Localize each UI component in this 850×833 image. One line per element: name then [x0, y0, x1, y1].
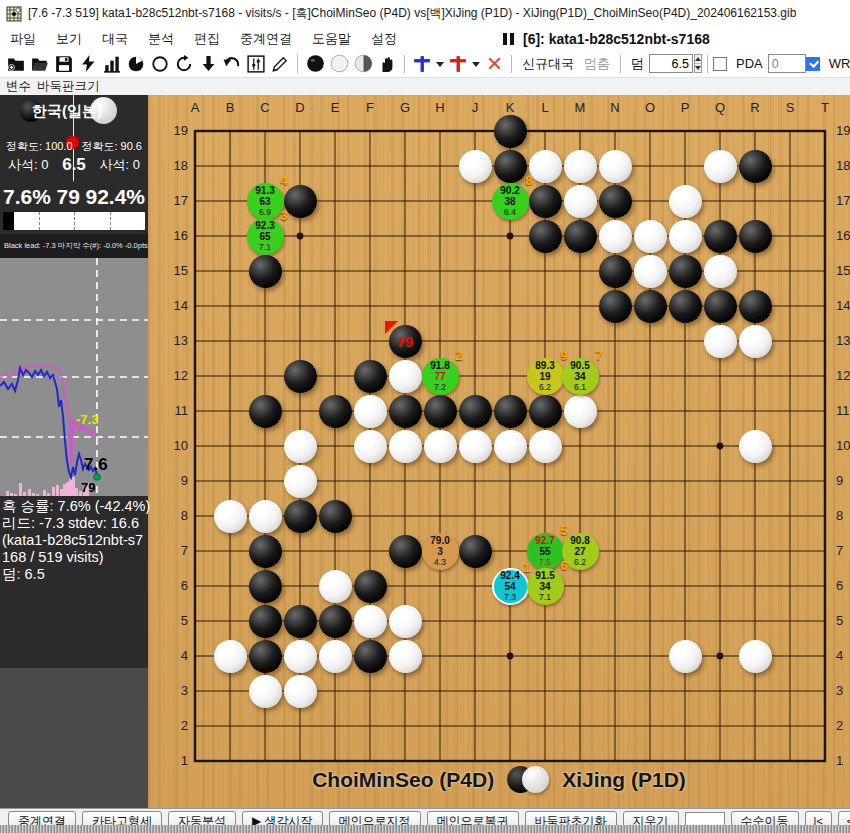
- analysis-order: 1: [523, 561, 530, 574]
- stone-white-D4[interactable]: [284, 640, 317, 673]
- black-winrate: 7.6%: [3, 185, 51, 209]
- stone-black-H11[interactable]: [424, 395, 457, 428]
- stone-black-C4[interactable]: [249, 640, 282, 673]
- menu-설정[interactable]: 설정: [361, 30, 407, 48]
- coord-row-right-18: 18: [836, 158, 850, 173]
- stone-white-F11[interactable]: [354, 395, 387, 428]
- analysis-value: 91.8: [430, 361, 449, 371]
- black-stone-icon[interactable]: [304, 53, 326, 75]
- stone-black-N15[interactable]: [599, 255, 632, 288]
- pencil-icon[interactable]: [269, 53, 291, 75]
- stone-white-F10[interactable]: [354, 430, 387, 463]
- analysis-panel: 한국(일본) 정확도: 100.0 정확도: 90.6 사석: 0 6.5 사석…: [0, 95, 148, 808]
- stone-white-G12[interactable]: [389, 360, 422, 393]
- red-cross-icon[interactable]: [447, 53, 469, 75]
- coord-col-T: T: [816, 100, 834, 115]
- stone-white-Q13[interactable]: [704, 325, 737, 358]
- stone-white-M18[interactable]: [564, 150, 597, 183]
- graph-svg: [0, 258, 148, 496]
- stone-black-O14[interactable]: [634, 290, 667, 323]
- stone-white-D9[interactable]: [284, 465, 317, 498]
- coord-col-H: H: [431, 100, 449, 115]
- new-game-button[interactable]: 신규대국: [522, 55, 574, 73]
- stop-button[interactable]: 멈춤: [584, 55, 610, 73]
- analysis-value: 7.2: [434, 383, 446, 392]
- coord-row-left-8: 8: [154, 508, 188, 523]
- stone-black-K18[interactable]: [494, 150, 527, 183]
- stone-black-P15[interactable]: [669, 255, 702, 288]
- stone-black-G11[interactable]: [389, 395, 422, 428]
- menu-도움말[interactable]: 도움말: [302, 30, 361, 48]
- stone-white-O16[interactable]: [634, 220, 667, 253]
- coord-col-G: G: [396, 100, 414, 115]
- komi-input[interactable]: [649, 54, 693, 73]
- analysis-value: 91.5: [535, 571, 554, 581]
- analysis-move-C16[interactable]: 92.3657.13: [247, 218, 284, 255]
- coord-row-right-15: 15: [836, 263, 850, 278]
- coord-row-right-13: 13: [836, 333, 850, 348]
- stone-black-R16[interactable]: [739, 220, 772, 253]
- stone-black-K19[interactable]: [494, 115, 527, 148]
- coord-col-K: K: [501, 100, 519, 115]
- stone-black-P14[interactable]: [669, 290, 702, 323]
- stone-black-G7[interactable]: [389, 535, 422, 568]
- analysis-value: 65: [259, 232, 270, 242]
- window-title: [7.6 -7.3 519] kata1-b28c512nbt-s7168 - …: [28, 5, 796, 22]
- coord-row-left-17: 17: [154, 193, 188, 208]
- analysis-order: 7: [595, 349, 602, 362]
- stone-black-D17[interactable]: [284, 185, 317, 218]
- engine-info-line: 덤: 6.5: [2, 566, 146, 583]
- analysis-move-K17[interactable]: 90.2386.48: [492, 183, 529, 220]
- stone-black-C6[interactable]: [249, 570, 282, 603]
- lead-strip: Black lead: -7.3 마지막 수(#): -0.0% -0.0pts: [0, 234, 148, 258]
- pause-icon[interactable]: [503, 33, 514, 45]
- stone-white-E4[interactable]: [319, 640, 352, 673]
- komi-label: 덤: [631, 55, 644, 73]
- stone-white-Q18[interactable]: [704, 150, 737, 183]
- graph-move-label: 79: [81, 481, 95, 494]
- coord-col-B: B: [221, 100, 239, 115]
- stone-black-L16[interactable]: [529, 220, 562, 253]
- engine-info-line: (kata1-b28c512nbt-s7: [2, 532, 146, 549]
- engine-info-line: 흑 승률: 7.6% (-42.4%): [2, 498, 146, 515]
- player-names-bar: ChoiMinSeo (P4D) XiJing (P1D): [148, 766, 850, 793]
- analysis-value: 19: [539, 372, 550, 382]
- main-area: 한국(일본) 정확도: 100.0 정확도: 90.6 사석: 0 6.5 사석…: [0, 95, 850, 808]
- stone-black-J7[interactable]: [459, 535, 492, 568]
- coord-col-O: O: [641, 100, 659, 115]
- analysis-order: 9: [560, 349, 567, 362]
- analysis-value: 27: [574, 547, 585, 557]
- black-player-name: ChoiMinSeo (P4D): [312, 768, 494, 792]
- winrate-row: 7.6% 79 92.4%: [0, 185, 148, 209]
- analysis-value: 6.1: [574, 383, 586, 392]
- komi-value: 6.5: [62, 155, 86, 175]
- analysis-value: 34: [574, 372, 585, 382]
- analysis-move-C17[interactable]: 91.3636.94: [247, 183, 284, 220]
- chart-icon[interactable]: [101, 53, 123, 75]
- stone-white-G5[interactable]: [389, 605, 422, 638]
- winrate-graph[interactable]: -7.3 7.6 79: [0, 258, 148, 496]
- engine-info: 흑 승률: 7.6% (-42.4%)리드: -7.3 stdev: 16.6(…: [0, 496, 148, 587]
- analysis-value: 6.2: [574, 558, 586, 567]
- stone-white-C8[interactable]: [249, 500, 282, 533]
- undo-icon[interactable]: [221, 53, 243, 75]
- coord-row-right-6: 6: [836, 578, 850, 593]
- stone-white-D10[interactable]: [284, 430, 317, 463]
- coord-row-right-2: 2: [836, 718, 850, 733]
- analysis-value: 34: [539, 582, 550, 592]
- stone-white-J10[interactable]: [459, 430, 492, 463]
- stone-white-M17[interactable]: [564, 185, 597, 218]
- coord-row-left-15: 15: [154, 263, 188, 278]
- coord-row-left-19: 19: [154, 123, 188, 138]
- coord-col-L: L: [536, 100, 554, 115]
- analysis-value: 38: [504, 197, 515, 207]
- coord-row-right-9: 9: [836, 473, 850, 488]
- coord-row-right-12: 12: [836, 368, 850, 383]
- coord-row-right-7: 7: [836, 543, 850, 558]
- analysis-move-H7[interactable]: 79.034.3: [422, 533, 459, 570]
- analysis-value: 6.4: [504, 208, 516, 217]
- stone-black-N14[interactable]: [599, 290, 632, 323]
- delete-x-icon[interactable]: [483, 53, 505, 75]
- download-icon[interactable]: [197, 53, 219, 75]
- coord-row-right-19: 19: [836, 123, 850, 138]
- coord-col-Q: Q: [711, 100, 729, 115]
- goban[interactable]: ChoiMinSeo (P4D) XiJing (P1D) ABCDEFGHJK…: [148, 95, 850, 808]
- stone-white-R13[interactable]: [739, 325, 772, 358]
- coord-row-left-6: 6: [154, 578, 188, 593]
- stone-white-N16[interactable]: [599, 220, 632, 253]
- coord-row-left-2: 2: [154, 718, 188, 733]
- stone-white-O15[interactable]: [634, 255, 667, 288]
- menu-bar: 파일보기대국분석편집중계연결도움말설정 [6]: kata1-b28c512nb…: [0, 27, 850, 50]
- territory-icon[interactable]: [125, 53, 147, 75]
- analysis-value: 6.2: [539, 383, 551, 392]
- stone-black-D12[interactable]: [284, 360, 317, 393]
- analysis-value: 54: [504, 582, 515, 592]
- analysis-order: 3: [280, 209, 287, 222]
- white-captures: 사석: 0: [100, 156, 140, 174]
- last-move-number: 79: [389, 333, 422, 350]
- analysis-value: 7.1: [259, 243, 271, 252]
- analysis-value: 7.3: [504, 593, 516, 602]
- coord-row-left-12: 12: [154, 368, 188, 383]
- coord-col-A: A: [186, 100, 204, 115]
- menu-items: 파일보기대국분석편집중계연결도움말설정: [0, 30, 407, 48]
- white-accuracy: 정확도: 90.6: [81, 139, 142, 154]
- stone-pair-icon: [507, 766, 549, 793]
- hand-icon[interactable]: [376, 53, 398, 75]
- red-cross-dropdown-icon[interactable]: [471, 53, 481, 75]
- stone-black-M16[interactable]: [564, 220, 597, 253]
- stone-black-N17[interactable]: [599, 185, 632, 218]
- coord-row-right-17: 17: [836, 193, 850, 208]
- coord-row-right-11: 11: [836, 403, 850, 418]
- coord-col-M: M: [571, 100, 589, 115]
- coord-row-left-13: 13: [154, 333, 188, 348]
- analysis-value: 7.5: [539, 558, 551, 567]
- stone-white-P4[interactable]: [669, 640, 702, 673]
- stone-white-J18[interactable]: [459, 150, 492, 183]
- stone-white-D3[interactable]: [284, 675, 317, 708]
- coord-col-N: N: [606, 100, 624, 115]
- save-icon[interactable]: [53, 53, 75, 75]
- analysis-value: 55: [539, 547, 550, 557]
- engine-info-line: 리드: -7.3 stdev: 16.6: [2, 515, 146, 532]
- title-bar: [7.6 -7.3 519] kata1-b28c512nbt-s7168 - …: [0, 0, 850, 27]
- coord-row-left-9: 9: [154, 473, 188, 488]
- circle-mark-icon[interactable]: [149, 53, 171, 75]
- stone-white-B8[interactable]: [214, 500, 247, 533]
- coord-row-right-4: 4: [836, 648, 850, 663]
- stone-black-G13[interactable]: 79: [389, 325, 422, 358]
- analysis-move-L6[interactable]: 91.5347.16: [527, 568, 564, 605]
- stone-black-F4[interactable]: [354, 640, 387, 673]
- coord-row-left-7: 7: [154, 543, 188, 558]
- analysis-order: 8: [525, 174, 532, 187]
- coord-row-left-18: 18: [154, 158, 188, 173]
- stone-black-C15[interactable]: [249, 255, 282, 288]
- coord-row-right-5: 5: [836, 613, 850, 628]
- stone-white-G10[interactable]: [389, 430, 422, 463]
- open-folder-icon[interactable]: [29, 53, 51, 75]
- sub-bar: 변수 바둑판크기: [0, 77, 850, 95]
- engine-info-line: 168 / 519 visits): [2, 549, 146, 566]
- pda-input[interactable]: [768, 54, 806, 73]
- coord-col-J: J: [466, 100, 484, 115]
- coord-row-right-3: 3: [836, 683, 850, 698]
- analysis-move-H12[interactable]: 91.8777.22: [422, 358, 459, 395]
- analysis-order: 6: [560, 559, 567, 572]
- analysis-order: 2: [455, 349, 462, 362]
- analysis-value: 3: [437, 547, 443, 557]
- black-accuracy: 정확도: 100.0: [6, 139, 73, 154]
- stone-white-Q15[interactable]: [704, 255, 737, 288]
- analysis-value: 90.2: [500, 186, 519, 196]
- pda-label: PDA: [736, 56, 763, 71]
- analysis-value: 7.1: [539, 593, 551, 602]
- panel-header: 한국(일본) 정확도: 100.0 정확도: 90.6 사석: 0 6.5 사석…: [0, 95, 148, 185]
- coord-row-right-16: 16: [836, 228, 850, 243]
- app-goban-icon: [6, 6, 22, 22]
- stone-white-E6[interactable]: [319, 570, 352, 603]
- analysis-move-L7[interactable]: 92.7557.55: [527, 533, 564, 570]
- move-slider-track[interactable]: [0, 825, 850, 833]
- analysis-value: 90.5: [570, 361, 589, 371]
- stone-black-Q14[interactable]: [704, 290, 737, 323]
- stone-black-F12[interactable]: [354, 360, 387, 393]
- stone-black-D8[interactable]: [284, 500, 317, 533]
- analysis-value: 6.9: [259, 208, 271, 217]
- graph-winrate-label: 7.6: [84, 456, 108, 473]
- stone-white-F5[interactable]: [354, 605, 387, 638]
- wrn-label: WRN: [829, 56, 850, 71]
- coord-col-R: R: [746, 100, 764, 115]
- analysis-value: 79.0: [430, 536, 449, 546]
- panel-filler: [0, 668, 148, 808]
- winrate-bar-black: [3, 212, 14, 230]
- refresh-icon[interactable]: [173, 53, 195, 75]
- winrate-bar: [3, 212, 145, 230]
- analysis-move-K6[interactable]: 92.4547.31: [492, 568, 529, 605]
- stone-black-Q16[interactable]: [704, 220, 737, 253]
- graph-score-label: -7.3: [76, 413, 98, 426]
- main-toolbar: 신규대국 멈춤 덤 PDA WRN 후보수보기: [0, 50, 850, 77]
- analysis-move-L12[interactable]: 89.3196.29: [527, 358, 564, 395]
- stone-white-R4[interactable]: [739, 640, 772, 673]
- rules-label: 한국(일본): [0, 102, 134, 121]
- stone-white-B4[interactable]: [214, 640, 247, 673]
- coord-row-left-4: 4: [154, 648, 188, 663]
- menu-편집[interactable]: 편집: [184, 30, 230, 48]
- coord-col-S: S: [781, 100, 799, 115]
- wrn-checkbox[interactable]: [806, 57, 820, 71]
- stone-black-C7[interactable]: [249, 535, 282, 568]
- menu-보기[interactable]: 보기: [46, 30, 92, 48]
- white-winrate: 92.4%: [85, 185, 145, 209]
- stone-black-K11[interactable]: [494, 395, 527, 428]
- analysis-value: 4.3: [434, 558, 446, 567]
- analysis-value: 77: [434, 372, 445, 382]
- menu-중계연결[interactable]: 중계연결: [230, 30, 302, 48]
- coord-col-C: C: [256, 100, 274, 115]
- settings-sliders-icon[interactable]: [245, 53, 267, 75]
- coord-row-left-14: 14: [154, 298, 188, 313]
- analysis-value: 90.8: [570, 536, 589, 546]
- stone-black-C11[interactable]: [249, 395, 282, 428]
- stone-white-N18[interactable]: [599, 150, 632, 183]
- stone-white-P17[interactable]: [669, 185, 702, 218]
- engine-session-label: [6]: kata1-b28c512nbt-s7168: [523, 31, 710, 47]
- stone-black-E5[interactable]: [319, 605, 352, 638]
- analysis-value: 92.3: [255, 221, 274, 231]
- stone-black-L11[interactable]: [529, 395, 562, 428]
- boardsize-label[interactable]: 바둑판크기: [37, 78, 100, 95]
- menu-대국[interactable]: 대국: [92, 30, 138, 48]
- black-captures: 사석: 0: [8, 156, 48, 174]
- engine-icon[interactable]: [77, 53, 99, 75]
- coord-col-D: D: [291, 100, 309, 115]
- new-game-folder-icon[interactable]: [5, 53, 27, 75]
- stone-black-L17[interactable]: [529, 185, 562, 218]
- coord-col-F: F: [361, 100, 379, 115]
- coord-row-right-10: 10: [836, 438, 850, 453]
- stone-white-G4[interactable]: [389, 640, 422, 673]
- stone-black-R14[interactable]: [739, 290, 772, 323]
- analysis-move-M12[interactable]: 90.5346.17: [562, 358, 599, 395]
- stone-white-L10[interactable]: [529, 430, 562, 463]
- menu-파일[interactable]: 파일: [0, 30, 46, 48]
- coord-row-right-14: 14: [836, 298, 850, 313]
- stone-black-C5[interactable]: [249, 605, 282, 638]
- stone-white-R10[interactable]: [739, 430, 772, 463]
- stone-white-P16[interactable]: [669, 220, 702, 253]
- stone-black-D5[interactable]: [284, 605, 317, 638]
- coord-row-left-5: 5: [154, 613, 188, 628]
- app-window: [7.6 -7.3 519] kata1-b28c512nbt-s7168 - …: [0, 0, 850, 833]
- stone-white-H10[interactable]: [424, 430, 457, 463]
- stone-black-R18[interactable]: [739, 150, 772, 183]
- analysis-value: 91.3: [255, 186, 274, 196]
- analysis-order: 4: [280, 174, 287, 187]
- stone-black-E8[interactable]: [319, 500, 352, 533]
- coord-row-left-16: 16: [154, 228, 188, 243]
- stone-white-C3[interactable]: [249, 675, 282, 708]
- coord-row-left-3: 3: [154, 683, 188, 698]
- analysis-value: 92.7: [535, 536, 554, 546]
- coord-col-P: P: [676, 100, 694, 115]
- variation-label[interactable]: 변수: [6, 78, 31, 95]
- analysis-value: 63: [259, 197, 270, 207]
- stone-black-J11[interactable]: [459, 395, 492, 428]
- coord-row-left-11: 11: [154, 403, 188, 418]
- white-player-name: XiJing (P1D): [562, 768, 686, 792]
- coord-col-E: E: [326, 100, 344, 115]
- analysis-order: 5: [560, 524, 567, 537]
- stone-black-F6[interactable]: [354, 570, 387, 603]
- pda-checkbox[interactable]: [713, 57, 727, 71]
- komi-spinner[interactable]: [694, 54, 702, 73]
- coord-row-left-10: 10: [154, 438, 188, 453]
- white-stone-icon[interactable]: [328, 53, 350, 75]
- blue-cross-icon[interactable]: [411, 53, 433, 75]
- coord-row-right-8: 8: [836, 508, 850, 523]
- stone-black-E11[interactable]: [319, 395, 352, 428]
- stone-white-L18[interactable]: [529, 150, 562, 183]
- move-counter: 79: [56, 185, 79, 209]
- stone-white-K10[interactable]: [494, 430, 527, 463]
- stone-white-M11[interactable]: [564, 395, 597, 428]
- alternate-stone-icon[interactable]: [352, 53, 374, 75]
- analysis-value: 89.3: [535, 361, 554, 371]
- analysis-value: 92.4: [500, 571, 519, 581]
- menu-분석[interactable]: 분석: [138, 30, 184, 48]
- blue-cross-dropdown-icon[interactable]: [435, 53, 445, 75]
